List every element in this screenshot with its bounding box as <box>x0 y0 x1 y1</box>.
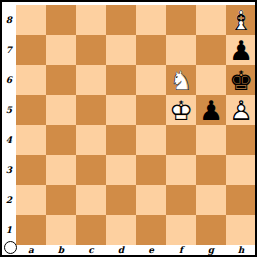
square-g5[interactable]: ♟ <box>196 95 226 125</box>
square-e5[interactable] <box>136 95 166 125</box>
square-g2[interactable] <box>196 185 226 215</box>
square-h8[interactable]: ♝♗ <box>226 5 256 35</box>
square-b1[interactable] <box>46 215 76 245</box>
square-c4[interactable] <box>76 125 106 155</box>
square-b6[interactable] <box>46 65 76 95</box>
square-c1[interactable] <box>76 215 106 245</box>
rank-label-3: 3 <box>2 155 16 185</box>
rank-label-2: 2 <box>2 185 16 215</box>
square-a3[interactable] <box>16 155 46 185</box>
black-pawn[interactable]: ♟ <box>226 35 256 65</box>
square-h2[interactable] <box>226 185 256 215</box>
square-e8[interactable] <box>136 5 166 35</box>
square-a4[interactable] <box>16 125 46 155</box>
rank-labels: 87654321 <box>2 5 16 245</box>
square-a6[interactable] <box>16 65 46 95</box>
square-a7[interactable] <box>16 35 46 65</box>
square-h5[interactable]: ♟♙ <box>226 95 256 125</box>
file-label-d: d <box>106 245 136 255</box>
rank-label-4: 4 <box>2 125 16 155</box>
rank-label-7: 7 <box>2 35 16 65</box>
square-g1[interactable] <box>196 215 226 245</box>
square-c8[interactable] <box>76 5 106 35</box>
square-d1[interactable] <box>106 215 136 245</box>
rank-label-6: 6 <box>2 65 16 95</box>
file-label-b: b <box>46 245 76 255</box>
square-a5[interactable] <box>16 95 46 125</box>
black-king-glyph: ♚ <box>226 65 256 95</box>
square-b5[interactable] <box>46 95 76 125</box>
white-king-outline: ♔ <box>166 95 196 125</box>
square-h4[interactable] <box>226 125 256 155</box>
black-pawn-glyph: ♟ <box>226 35 256 65</box>
square-g4[interactable] <box>196 125 226 155</box>
square-h7[interactable]: ♟ <box>226 35 256 65</box>
square-f2[interactable] <box>166 185 196 215</box>
board: ♝♗♟♞♘♚♚♔♟♟♙ <box>16 5 256 245</box>
square-b4[interactable] <box>46 125 76 155</box>
square-c7[interactable] <box>76 35 106 65</box>
square-b7[interactable] <box>46 35 76 65</box>
square-e7[interactable] <box>136 35 166 65</box>
square-b2[interactable] <box>46 185 76 215</box>
square-a2[interactable] <box>16 185 46 215</box>
square-g8[interactable] <box>196 5 226 35</box>
square-c5[interactable] <box>76 95 106 125</box>
white-knight-outline: ♘ <box>166 65 196 95</box>
file-label-e: e <box>136 245 166 255</box>
square-h6[interactable]: ♚ <box>226 65 256 95</box>
square-d7[interactable] <box>106 35 136 65</box>
square-c6[interactable] <box>76 65 106 95</box>
square-c2[interactable] <box>76 185 106 215</box>
black-pawn-glyph: ♟ <box>196 95 226 125</box>
white-bishop[interactable]: ♝♗ <box>226 5 256 35</box>
square-b3[interactable] <box>46 155 76 185</box>
black-king[interactable]: ♚ <box>226 65 256 95</box>
rank-label-8: 8 <box>2 5 16 35</box>
square-d8[interactable] <box>106 5 136 35</box>
square-f4[interactable] <box>166 125 196 155</box>
file-label-c: c <box>76 245 106 255</box>
chess-diagram: 87654321 ♝♗♟♞♘♚♚♔♟♟♙ abcdefgh <box>0 0 257 257</box>
square-h3[interactable] <box>226 155 256 185</box>
square-f5[interactable]: ♚♔ <box>166 95 196 125</box>
square-d4[interactable] <box>106 125 136 155</box>
square-d3[interactable] <box>106 155 136 185</box>
file-label-h: h <box>226 245 256 255</box>
square-e6[interactable] <box>136 65 166 95</box>
white-pawn[interactable]: ♟♙ <box>226 95 256 125</box>
square-g3[interactable] <box>196 155 226 185</box>
rank-label-5: 5 <box>2 95 16 125</box>
square-d6[interactable] <box>106 65 136 95</box>
square-f8[interactable] <box>166 5 196 35</box>
square-d5[interactable] <box>106 95 136 125</box>
square-e3[interactable] <box>136 155 166 185</box>
square-b8[interactable] <box>46 5 76 35</box>
square-e4[interactable] <box>136 125 166 155</box>
square-e1[interactable] <box>136 215 166 245</box>
file-labels: abcdefgh <box>16 245 256 255</box>
file-label-f: f <box>166 245 196 255</box>
white-pawn-outline: ♙ <box>226 95 256 125</box>
square-a8[interactable] <box>16 5 46 35</box>
square-c3[interactable] <box>76 155 106 185</box>
white-king[interactable]: ♚♔ <box>166 95 196 125</box>
white-to-move-indicator <box>4 241 17 254</box>
square-f6[interactable]: ♞♘ <box>166 65 196 95</box>
white-bishop-outline: ♗ <box>226 5 256 35</box>
square-g6[interactable] <box>196 65 226 95</box>
square-f7[interactable] <box>166 35 196 65</box>
black-pawn[interactable]: ♟ <box>196 95 226 125</box>
square-g7[interactable] <box>196 35 226 65</box>
square-d2[interactable] <box>106 185 136 215</box>
file-label-g: g <box>196 245 226 255</box>
square-f1[interactable] <box>166 215 196 245</box>
square-a1[interactable] <box>16 215 46 245</box>
white-knight[interactable]: ♞♘ <box>166 65 196 95</box>
square-e2[interactable] <box>136 185 166 215</box>
file-label-a: a <box>16 245 46 255</box>
square-f3[interactable] <box>166 155 196 185</box>
square-h1[interactable] <box>226 215 256 245</box>
